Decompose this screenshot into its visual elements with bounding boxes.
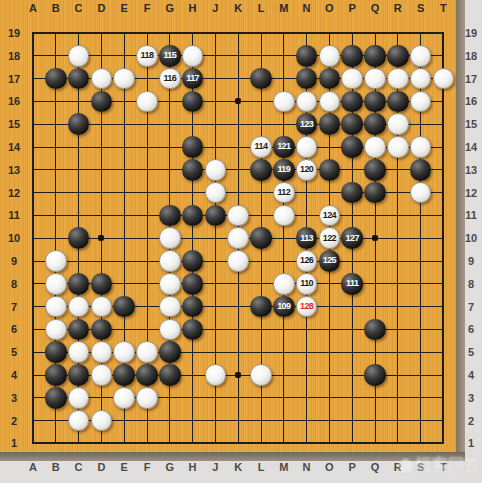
stone-B17 xyxy=(45,68,67,90)
stone-C8 xyxy=(68,273,90,295)
stone-P15 xyxy=(341,113,363,135)
top-coordinate: K xyxy=(234,2,242,14)
top-coordinate: N xyxy=(303,2,311,14)
watermark-text: 恒客问答 xyxy=(416,455,480,476)
stone-Q17 xyxy=(364,68,386,90)
move-number: 112 xyxy=(277,188,290,197)
stone-K10 xyxy=(227,227,249,249)
stone-O18 xyxy=(319,45,341,67)
top-coordinate: H xyxy=(189,2,197,14)
stone-G7 xyxy=(159,296,181,318)
top-coordinate: C xyxy=(75,2,83,14)
left-coordinate: 12 xyxy=(8,187,20,199)
stone-R15 xyxy=(387,113,409,135)
move-number: 127 xyxy=(346,234,359,243)
stone-G8 xyxy=(159,273,181,295)
left-coordinate: 19 xyxy=(8,27,20,39)
bottom-coordinate: K xyxy=(234,461,242,473)
stone-N13: 120 xyxy=(296,159,318,181)
top-coordinate: F xyxy=(144,2,151,14)
stone-C4 xyxy=(68,364,90,386)
top-coordinate: R xyxy=(394,2,402,14)
stone-L10 xyxy=(250,227,272,249)
top-coordinate: Q xyxy=(371,2,380,14)
stone-G4 xyxy=(159,364,181,386)
bottom-coordinate: G xyxy=(166,461,175,473)
stone-R14 xyxy=(387,136,409,158)
stone-S18 xyxy=(410,45,432,67)
stone-H13 xyxy=(182,159,204,181)
right-coordinate: 16 xyxy=(465,95,477,107)
stone-O15 xyxy=(319,113,341,135)
stone-Q16 xyxy=(364,91,386,113)
stone-C18 xyxy=(68,45,90,67)
left-coordinate: 7 xyxy=(11,301,17,313)
stone-P16 xyxy=(341,91,363,113)
stone-O9: 125 xyxy=(319,250,341,272)
stone-H18 xyxy=(182,45,204,67)
stone-D8 xyxy=(91,273,113,295)
right-coordinate: 4 xyxy=(468,369,474,381)
top-coordinate: B xyxy=(52,2,60,14)
stone-O13 xyxy=(319,159,341,181)
stone-G18: 115 xyxy=(159,45,181,67)
right-coordinate: 5 xyxy=(468,346,474,358)
left-coordinate: 5 xyxy=(11,346,17,358)
stone-Q18 xyxy=(364,45,386,67)
stone-H14 xyxy=(182,136,204,158)
stone-Q14 xyxy=(364,136,386,158)
left-coordinate: 10 xyxy=(8,232,20,244)
stone-F18: 118 xyxy=(136,45,158,67)
right-coordinate: 11 xyxy=(465,209,477,221)
stone-S13 xyxy=(410,159,432,181)
stone-G6 xyxy=(159,319,181,341)
stone-Q13 xyxy=(364,159,386,181)
left-coordinate: 1 xyxy=(11,437,17,449)
stone-M8 xyxy=(273,273,295,295)
stone-G10 xyxy=(159,227,181,249)
stone-M13: 119 xyxy=(273,159,295,181)
stone-M11 xyxy=(273,205,295,227)
right-coordinate: 12 xyxy=(465,187,477,199)
stone-R16 xyxy=(387,91,409,113)
go-board xyxy=(0,0,456,452)
left-coordinate: 18 xyxy=(8,50,20,62)
top-coordinate: M xyxy=(279,2,288,14)
stone-B4 xyxy=(45,364,67,386)
stone-F5 xyxy=(136,341,158,363)
go-board-screenshot: AABBCCDDEEFFGGHHJJKKLLMMNNOOPPQQRRSSTT19… xyxy=(0,0,482,483)
right-coordinate: 13 xyxy=(465,164,477,176)
stone-Q15 xyxy=(364,113,386,135)
stone-L13 xyxy=(250,159,272,181)
stone-L4 xyxy=(250,364,272,386)
right-coordinate: 9 xyxy=(468,255,474,267)
star-point xyxy=(372,235,378,241)
right-coordinate: 15 xyxy=(465,118,477,130)
stone-B3 xyxy=(45,387,67,409)
stone-P14 xyxy=(341,136,363,158)
stone-B7 xyxy=(45,296,67,318)
stone-B9 xyxy=(45,250,67,272)
stone-B5 xyxy=(45,341,67,363)
left-coordinate: 16 xyxy=(8,95,20,107)
top-coordinate: O xyxy=(325,2,334,14)
stone-E5 xyxy=(113,341,135,363)
stone-F3 xyxy=(136,387,158,409)
move-number: 120 xyxy=(300,165,313,174)
stone-D4 xyxy=(91,364,113,386)
top-coordinate: J xyxy=(212,2,218,14)
watermark: 恒客问答 xyxy=(360,449,480,481)
stone-N8: 110 xyxy=(296,273,318,295)
stone-Q4 xyxy=(364,364,386,386)
stone-G11 xyxy=(159,205,181,227)
stone-J13 xyxy=(205,159,227,181)
stone-L7 xyxy=(250,296,272,318)
stone-M12: 112 xyxy=(273,182,295,204)
left-coordinate: 13 xyxy=(8,164,20,176)
left-coordinate: 2 xyxy=(11,415,17,427)
bottom-coordinate: M xyxy=(279,461,288,473)
bottom-coordinate: B xyxy=(52,461,60,473)
move-number: 114 xyxy=(255,142,268,151)
stone-G5 xyxy=(159,341,181,363)
move-number: 121 xyxy=(277,142,290,151)
stone-P8: 111 xyxy=(341,273,363,295)
move-number: 113 xyxy=(300,234,313,243)
star-point xyxy=(235,372,241,378)
stone-B8 xyxy=(45,273,67,295)
left-coordinate: 15 xyxy=(8,118,20,130)
top-coordinate: S xyxy=(417,2,424,14)
stone-M16 xyxy=(273,91,295,113)
right-coordinate: 14 xyxy=(465,141,477,153)
stone-O10: 122 xyxy=(319,227,341,249)
bottom-coordinate: C xyxy=(75,461,83,473)
bottom-coordinate: L xyxy=(258,461,265,473)
right-coordinate: 2 xyxy=(468,415,474,427)
stone-R18 xyxy=(387,45,409,67)
stone-P10: 127 xyxy=(341,227,363,249)
left-coordinate: 6 xyxy=(11,323,17,335)
star-point xyxy=(235,98,241,104)
top-coordinate: G xyxy=(166,2,175,14)
bottom-coordinate: E xyxy=(121,461,128,473)
top-coordinate: T xyxy=(440,2,447,14)
stone-L17 xyxy=(250,68,272,90)
stone-K9 xyxy=(227,250,249,272)
top-coordinate: P xyxy=(349,2,356,14)
stone-S14 xyxy=(410,136,432,158)
move-number: 115 xyxy=(163,51,176,60)
left-coordinate: 14 xyxy=(8,141,20,153)
stone-K11 xyxy=(227,205,249,227)
move-number: 111 xyxy=(346,279,358,288)
stone-N9: 126 xyxy=(296,250,318,272)
grid-line-vertical xyxy=(442,32,444,444)
stone-G17: 116 xyxy=(159,68,181,90)
right-coordinate: 3 xyxy=(468,392,474,404)
left-coordinate: 4 xyxy=(11,369,17,381)
stone-P18 xyxy=(341,45,363,67)
stone-F16 xyxy=(136,91,158,113)
top-coordinate: E xyxy=(121,2,128,14)
right-coordinate: 19 xyxy=(465,27,477,39)
move-number: 124 xyxy=(323,211,336,220)
right-coordinate: 10 xyxy=(465,232,477,244)
left-coordinate: 17 xyxy=(8,73,20,85)
grid-line-horizontal xyxy=(33,397,444,398)
stone-E3 xyxy=(113,387,135,409)
move-number: 119 xyxy=(277,165,290,174)
right-coordinate: 6 xyxy=(468,323,474,335)
move-number: 128 xyxy=(300,302,313,311)
bottom-coordinate: O xyxy=(325,461,334,473)
bottom-coordinate: F xyxy=(144,461,151,473)
top-coordinate: D xyxy=(97,2,105,14)
bottom-coordinate: H xyxy=(189,461,197,473)
bottom-coordinate: A xyxy=(29,461,37,473)
top-coordinate: A xyxy=(29,2,37,14)
move-number: 125 xyxy=(323,256,336,265)
stone-R17 xyxy=(387,68,409,90)
stone-N18 xyxy=(296,45,318,67)
move-number: 109 xyxy=(277,302,290,311)
stone-Q12 xyxy=(364,182,386,204)
right-coordinate: 8 xyxy=(468,278,474,290)
bottom-coordinate: J xyxy=(212,461,218,473)
right-coordinate: 1 xyxy=(468,437,474,449)
stone-G9 xyxy=(159,250,181,272)
grid-line-horizontal xyxy=(32,442,444,444)
stone-M14: 121 xyxy=(273,136,295,158)
board-right-edge xyxy=(456,0,465,460)
left-coordinate: 8 xyxy=(11,278,17,290)
stone-L14: 114 xyxy=(250,136,272,158)
top-coordinate: L xyxy=(258,2,265,14)
stone-N14 xyxy=(296,136,318,158)
move-number: 126 xyxy=(300,256,313,265)
stone-E4 xyxy=(113,364,135,386)
bottom-coordinate: D xyxy=(97,461,105,473)
move-number: 110 xyxy=(300,279,313,288)
move-number: 117 xyxy=(186,74,199,83)
stone-B6 xyxy=(45,319,67,341)
stone-H9 xyxy=(182,250,204,272)
watermark-icon xyxy=(398,458,413,472)
move-number: 123 xyxy=(300,120,313,129)
move-number: 122 xyxy=(323,234,336,243)
stone-C3 xyxy=(68,387,90,409)
move-number: 116 xyxy=(163,74,176,83)
left-coordinate: 11 xyxy=(8,209,20,221)
stone-J4 xyxy=(205,364,227,386)
star-point xyxy=(98,235,104,241)
stone-M7: 109 xyxy=(273,296,295,318)
move-number: 118 xyxy=(141,51,154,60)
stone-Q6 xyxy=(364,319,386,341)
left-coordinate: 3 xyxy=(11,392,17,404)
right-coordinate: 17 xyxy=(465,73,477,85)
stone-D5 xyxy=(91,341,113,363)
stone-H8 xyxy=(182,273,204,295)
bottom-coordinate: P xyxy=(349,461,356,473)
right-coordinate: 7 xyxy=(468,301,474,313)
bottom-coordinate: N xyxy=(303,461,311,473)
left-coordinate: 9 xyxy=(11,255,17,267)
stone-F4 xyxy=(136,364,158,386)
right-coordinate: 18 xyxy=(465,50,477,62)
